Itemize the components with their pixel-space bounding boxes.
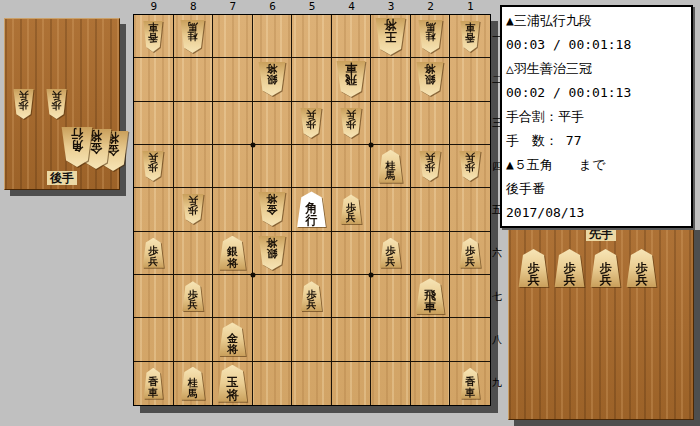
square-6一[interactable] — [253, 15, 293, 58]
gote-time: 00:02 / 00:01:13 — [506, 81, 687, 105]
file-label-8: 8 — [174, 1, 214, 13]
shogi-piece-hi[interactable]: 飛車 — [336, 61, 366, 97]
shogi-piece-fu[interactable]: 歩兵 — [554, 249, 585, 287]
star-point — [369, 143, 374, 148]
gote-captured-tray: 後手 歩兵歩兵角行金将金将 — [4, 18, 120, 190]
shogi-piece-fu[interactable]: 歩兵 — [626, 249, 657, 287]
square-2八[interactable] — [411, 318, 451, 361]
square-8四[interactable] — [174, 145, 214, 188]
file-label-6: 6 — [253, 1, 293, 13]
shogi-piece-fu[interactable]: 歩兵 — [142, 151, 164, 181]
square-9五[interactable] — [134, 188, 174, 231]
shogi-piece-kyo[interactable]: 香車 — [143, 21, 163, 52]
square-5七[interactable]: 歩兵 — [292, 275, 332, 318]
shogi-piece-gin[interactable]: 銀将 — [258, 236, 286, 270]
shogi-piece-gyoku[interactable]: 玉将 — [217, 365, 248, 402]
square-9六[interactable]: 歩兵 — [134, 232, 174, 275]
shogi-piece-fu[interactable]: 歩兵 — [340, 194, 362, 224]
square-8九[interactable]: 桂馬 — [174, 362, 214, 405]
date-line: 2017/08/13 — [506, 201, 687, 225]
shogi-piece-fu[interactable]: 歩兵 — [300, 108, 322, 138]
side-to-move-line: 後手番 — [506, 177, 687, 201]
square-7四[interactable] — [213, 145, 253, 188]
star-point — [250, 273, 255, 278]
square-9九[interactable]: 香車 — [134, 362, 174, 405]
square-3九[interactable] — [371, 362, 411, 405]
file-labels: 987654321 — [134, 1, 490, 13]
star-point — [250, 143, 255, 148]
shogi-piece-kaku[interactable]: 角行 — [296, 191, 326, 227]
file-label-9: 9 — [134, 1, 174, 13]
shogi-piece-fu[interactable]: 歩兵 — [419, 151, 441, 181]
sente-tray-label: 先手 — [586, 227, 616, 241]
shogi-piece-ou[interactable]: 王将 — [375, 18, 406, 55]
square-5一[interactable] — [292, 15, 332, 58]
square-8一[interactable]: 桂馬 — [174, 15, 214, 58]
square-2四[interactable]: 歩兵 — [411, 145, 451, 188]
gote-player-name: △羽生善治三冠 — [506, 57, 687, 81]
shogi-piece-fu[interactable]: 歩兵 — [13, 89, 34, 119]
game-info-panel: ▲三浦弘行九段 00:03 / 00:01:18 △羽生善治三冠 00:02 /… — [500, 5, 693, 228]
square-4三[interactable]: 歩兵 — [332, 102, 372, 145]
square-1二[interactable] — [450, 58, 490, 101]
file-label-4: 4 — [332, 1, 372, 13]
square-1一[interactable]: 香車 — [450, 15, 490, 58]
square-2九[interactable] — [411, 362, 451, 405]
square-4五[interactable]: 歩兵 — [332, 188, 372, 231]
shogi-piece-fu[interactable]: 歩兵 — [182, 194, 204, 224]
square-3四[interactable]: 桂馬 — [371, 145, 411, 188]
square-5六[interactable] — [292, 232, 332, 275]
square-4一[interactable] — [332, 15, 372, 58]
rank-label: 九 — [491, 362, 503, 405]
shogi-piece-kei[interactable]: 桂馬 — [418, 20, 443, 53]
rank-label: 六 — [491, 232, 503, 275]
square-7七[interactable] — [213, 275, 253, 318]
square-9八[interactable] — [134, 318, 174, 361]
shogi-piece-fu[interactable]: 歩兵 — [182, 281, 204, 311]
square-3一[interactable]: 王将 — [371, 15, 411, 58]
square-5九[interactable] — [292, 362, 332, 405]
square-4四[interactable] — [332, 145, 372, 188]
file-label-2: 2 — [411, 1, 451, 13]
square-2六[interactable] — [411, 232, 451, 275]
shogi-piece-kei[interactable]: 桂馬 — [180, 20, 205, 53]
square-3八[interactable] — [371, 318, 411, 361]
shogi-piece-kaku[interactable]: 角行 — [61, 127, 93, 167]
square-7三[interactable] — [213, 102, 253, 145]
square-8六[interactable] — [174, 232, 214, 275]
square-8五[interactable]: 歩兵 — [174, 188, 214, 231]
shogi-piece-gin[interactable]: 銀将 — [218, 236, 246, 270]
square-8二[interactable] — [174, 58, 214, 101]
square-6七[interactable] — [253, 275, 293, 318]
square-2五[interactable] — [411, 188, 451, 231]
square-3三[interactable] — [371, 102, 411, 145]
square-8三[interactable] — [174, 102, 214, 145]
handicap-line: 手合割：平手 — [506, 105, 687, 129]
shogi-piece-kin[interactable]: 金将 — [218, 322, 246, 356]
shogi-piece-kyo[interactable]: 香車 — [460, 21, 480, 52]
sente-captured-tray: 先手 歩兵歩兵歩兵歩兵 — [508, 224, 694, 420]
square-6九[interactable] — [253, 362, 293, 405]
shogi-piece-gin[interactable]: 銀将 — [258, 62, 286, 96]
gote-tray-label: 後手 — [47, 171, 77, 185]
square-2七[interactable]: 飛車 — [411, 275, 451, 318]
sente-time: 00:03 / 00:01:18 — [506, 33, 687, 57]
square-6八[interactable] — [253, 318, 293, 361]
rank-label: 七 — [491, 275, 503, 318]
shogi-piece-fu[interactable]: 歩兵 — [590, 249, 621, 287]
square-2一[interactable]: 桂馬 — [411, 15, 451, 58]
square-7八[interactable]: 金将 — [213, 318, 253, 361]
square-9二[interactable] — [134, 58, 174, 101]
shogi-piece-fu[interactable]: 歩兵 — [459, 238, 481, 268]
shogi-piece-hi[interactable]: 飛車 — [415, 278, 445, 314]
shogi-piece-fu[interactable]: 歩兵 — [459, 151, 481, 181]
square-1四[interactable]: 歩兵 — [450, 145, 490, 188]
shogi-board: 香車桂馬王将桂馬香車銀将飛車銀将歩兵歩兵歩兵桂馬歩兵歩兵歩兵金将角行歩兵歩兵銀将… — [133, 14, 491, 406]
square-6五[interactable]: 金将 — [253, 188, 293, 231]
shogi-piece-fu[interactable]: 歩兵 — [300, 281, 322, 311]
square-1五[interactable] — [450, 188, 490, 231]
shogi-piece-fu[interactable]: 歩兵 — [142, 238, 164, 268]
square-7二[interactable] — [213, 58, 253, 101]
square-5八[interactable] — [292, 318, 332, 361]
square-6二[interactable]: 銀将 — [253, 58, 293, 101]
file-label-7: 7 — [213, 1, 253, 13]
square-3七[interactable] — [371, 275, 411, 318]
square-5五[interactable]: 角行 — [292, 188, 332, 231]
shogi-piece-fu[interactable]: 歩兵 — [46, 89, 67, 119]
square-4八[interactable] — [332, 318, 372, 361]
square-7九[interactable]: 玉将 — [213, 362, 253, 405]
square-6四[interactable] — [253, 145, 293, 188]
move-count-line: 手 数： 77 — [506, 129, 687, 153]
shogi-piece-kei[interactable]: 桂馬 — [378, 150, 403, 183]
square-4七[interactable] — [332, 275, 372, 318]
file-label-5: 5 — [292, 1, 332, 13]
square-9七[interactable] — [134, 275, 174, 318]
square-5二[interactable] — [292, 58, 332, 101]
last-move-line: ▲５五角 まで — [506, 153, 687, 177]
square-7一[interactable] — [213, 15, 253, 58]
app-window: 987654321 香車桂馬王将桂馬香車銀将飛車銀将歩兵歩兵歩兵桂馬歩兵歩兵歩兵… — [0, 0, 700, 426]
square-1七[interactable] — [450, 275, 490, 318]
square-3五[interactable] — [371, 188, 411, 231]
square-9三[interactable] — [134, 102, 174, 145]
shogi-piece-kyo[interactable]: 香車 — [460, 368, 480, 399]
shogi-piece-fu[interactable]: 歩兵 — [518, 249, 549, 287]
square-6三[interactable] — [253, 102, 293, 145]
square-9一[interactable]: 香車 — [134, 15, 174, 58]
square-1八[interactable] — [450, 318, 490, 361]
square-1三[interactable] — [450, 102, 490, 145]
square-9四[interactable]: 歩兵 — [134, 145, 174, 188]
file-label-1: 1 — [450, 1, 490, 13]
shogi-piece-gin[interactable]: 銀将 — [416, 62, 444, 96]
square-4二[interactable]: 飛車 — [332, 58, 372, 101]
square-5四[interactable] — [292, 145, 332, 188]
shogi-piece-kin[interactable]: 金将 — [258, 192, 286, 226]
sente-player-name: ▲三浦弘行九段 — [506, 9, 687, 33]
square-6六[interactable]: 銀将 — [253, 232, 293, 275]
square-5三[interactable]: 歩兵 — [292, 102, 332, 145]
shogi-piece-fu[interactable]: 歩兵 — [340, 108, 362, 138]
square-8七[interactable]: 歩兵 — [174, 275, 214, 318]
rank-label: 八 — [491, 318, 503, 361]
square-4六[interactable] — [332, 232, 372, 275]
shogi-piece-kyo[interactable]: 香車 — [143, 368, 163, 399]
square-7五[interactable] — [213, 188, 253, 231]
board-grid: 香車桂馬王将桂馬香車銀将飛車銀将歩兵歩兵歩兵桂馬歩兵歩兵歩兵金将角行歩兵歩兵銀将… — [134, 15, 490, 405]
star-point — [369, 273, 374, 278]
square-3六[interactable]: 歩兵 — [371, 232, 411, 275]
shogi-piece-kei[interactable]: 桂馬 — [180, 367, 205, 400]
square-7六[interactable]: 銀将 — [213, 232, 253, 275]
square-8八[interactable] — [174, 318, 214, 361]
square-2二[interactable]: 銀将 — [411, 58, 451, 101]
square-4九[interactable] — [332, 362, 372, 405]
shogi-piece-fu[interactable]: 歩兵 — [380, 238, 402, 268]
square-3二[interactable] — [371, 58, 411, 101]
square-1九[interactable]: 香車 — [450, 362, 490, 405]
file-label-3: 3 — [371, 1, 411, 13]
square-2三[interactable] — [411, 102, 451, 145]
square-1六[interactable]: 歩兵 — [450, 232, 490, 275]
